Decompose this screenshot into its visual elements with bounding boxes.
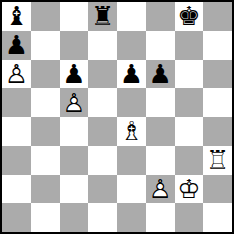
square-e5[interactable] <box>117 88 146 117</box>
square-f6[interactable]: ♟ <box>146 60 175 89</box>
square-c7[interactable] <box>60 31 89 60</box>
square-h7[interactable] <box>203 31 232 60</box>
square-e8[interactable] <box>117 2 146 31</box>
square-f5[interactable] <box>146 88 175 117</box>
white-pawn-c5: ♟♙ <box>62 90 85 116</box>
square-f7[interactable] <box>146 31 175 60</box>
square-h3[interactable]: ♜♖ <box>203 146 232 175</box>
square-c8[interactable] <box>60 2 89 31</box>
square-g8[interactable]: ♚ <box>175 2 204 31</box>
white-bishop-e4: ♝♗ <box>120 118 143 144</box>
square-a6[interactable]: ♟♙ <box>2 60 31 89</box>
square-a8[interactable]: ♝ <box>2 2 31 31</box>
square-g5[interactable] <box>175 88 204 117</box>
square-d1[interactable] <box>88 203 117 232</box>
square-g4[interactable] <box>175 117 204 146</box>
square-e2[interactable] <box>117 175 146 204</box>
square-c4[interactable] <box>60 117 89 146</box>
chess-board: ♝♜♚♟♟♙♟♟♟♟♙♝♗♜♖♟♙♚♔ <box>0 0 234 234</box>
square-h2[interactable] <box>203 175 232 204</box>
white-pawn-f2: ♟♙ <box>148 176 171 202</box>
square-g3[interactable] <box>175 146 204 175</box>
square-h4[interactable] <box>203 117 232 146</box>
black-bishop-a8: ♝ <box>5 3 28 29</box>
square-b4[interactable] <box>31 117 60 146</box>
square-d6[interactable] <box>88 60 117 89</box>
square-h6[interactable] <box>203 60 232 89</box>
black-pawn-a7: ♟ <box>5 32 28 58</box>
square-e3[interactable] <box>117 146 146 175</box>
square-b8[interactable] <box>31 2 60 31</box>
black-pawn-c6: ♟ <box>62 61 85 87</box>
square-f3[interactable] <box>146 146 175 175</box>
square-b6[interactable] <box>31 60 60 89</box>
square-a4[interactable] <box>2 117 31 146</box>
square-g6[interactable] <box>175 60 204 89</box>
white-rook-glyph: ♖ <box>206 146 229 175</box>
square-e1[interactable] <box>117 203 146 232</box>
square-a5[interactable] <box>2 88 31 117</box>
white-bishop-glyph: ♗ <box>120 117 143 146</box>
black-pawn-f6: ♟ <box>148 61 171 87</box>
square-f8[interactable] <box>146 2 175 31</box>
square-f2[interactable]: ♟♙ <box>146 175 175 204</box>
square-b1[interactable] <box>31 203 60 232</box>
square-b5[interactable] <box>31 88 60 117</box>
white-pawn-glyph: ♙ <box>5 60 28 89</box>
white-rook-h3: ♜♖ <box>206 147 229 173</box>
white-king-glyph: ♔ <box>177 175 200 204</box>
square-d2[interactable] <box>88 175 117 204</box>
white-king-g2: ♚♔ <box>177 176 200 202</box>
white-pawn-glyph: ♙ <box>62 88 85 117</box>
square-d8[interactable]: ♜ <box>88 2 117 31</box>
square-e6[interactable]: ♟ <box>117 60 146 89</box>
chess-diagram: ♝♜♚♟♟♙♟♟♟♟♙♝♗♜♖♟♙♚♔ <box>0 0 234 234</box>
square-a7[interactable]: ♟ <box>2 31 31 60</box>
square-h5[interactable] <box>203 88 232 117</box>
square-f1[interactable] <box>146 203 175 232</box>
square-d4[interactable] <box>88 117 117 146</box>
square-g7[interactable] <box>175 31 204 60</box>
black-pawn-e6: ♟ <box>120 61 143 87</box>
square-e4[interactable]: ♝♗ <box>117 117 146 146</box>
black-king-g8: ♚ <box>177 3 200 29</box>
square-d5[interactable] <box>88 88 117 117</box>
square-c1[interactable] <box>60 203 89 232</box>
square-h8[interactable] <box>203 2 232 31</box>
square-c5[interactable]: ♟♙ <box>60 88 89 117</box>
square-g2[interactable]: ♚♔ <box>175 175 204 204</box>
square-f4[interactable] <box>146 117 175 146</box>
square-c6[interactable]: ♟ <box>60 60 89 89</box>
square-g1[interactable] <box>175 203 204 232</box>
square-c3[interactable] <box>60 146 89 175</box>
square-d7[interactable] <box>88 31 117 60</box>
square-a3[interactable] <box>2 146 31 175</box>
white-pawn-a6: ♟♙ <box>5 61 28 87</box>
square-b7[interactable] <box>31 31 60 60</box>
square-a2[interactable] <box>2 175 31 204</box>
square-d3[interactable] <box>88 146 117 175</box>
black-rook-d8: ♜ <box>91 3 114 29</box>
square-c2[interactable] <box>60 175 89 204</box>
white-pawn-glyph: ♙ <box>148 175 171 204</box>
square-a1[interactable] <box>2 203 31 232</box>
square-b3[interactable] <box>31 146 60 175</box>
square-h1[interactable] <box>203 203 232 232</box>
square-b2[interactable] <box>31 175 60 204</box>
square-e7[interactable] <box>117 31 146 60</box>
